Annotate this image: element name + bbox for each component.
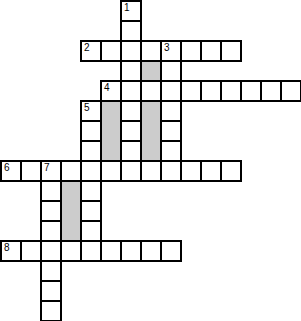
answer-cell-r1c6[interactable]: [120, 20, 142, 42]
answer-cell-r8c4[interactable]: [80, 160, 102, 182]
answer-cell-r6c8[interactable]: [160, 120, 182, 142]
answer-cell-r4c9[interactable]: [180, 80, 202, 102]
answer-cell-r8c11[interactable]: [220, 160, 242, 182]
answer-cell-r12c3[interactable]: [60, 240, 82, 262]
answer-cell-r5c8[interactable]: [160, 100, 182, 122]
answer-cell-r4c12[interactable]: [240, 80, 262, 102]
answer-cell-r10c2[interactable]: [40, 200, 62, 222]
answer-cell-r8c2[interactable]: [40, 160, 62, 182]
answer-cell-r6c4[interactable]: [80, 120, 102, 142]
answer-cell-r8c10[interactable]: [200, 160, 222, 182]
answer-cell-r2c11[interactable]: [220, 40, 242, 62]
answer-cell-r8c3[interactable]: [60, 160, 82, 182]
answer-cell-r12c4[interactable]: [80, 240, 102, 262]
answer-cell-r4c13[interactable]: [260, 80, 282, 102]
answer-cell-r8c6[interactable]: [120, 160, 142, 182]
answer-cell-r4c8[interactable]: [160, 80, 182, 102]
answer-cell-r2c10[interactable]: [200, 40, 222, 62]
answer-cell-r8c0[interactable]: [0, 160, 22, 182]
answer-cell-r4c7[interactable]: [140, 80, 162, 102]
answer-cell-r7c6[interactable]: [120, 140, 142, 162]
answer-cell-r10c4[interactable]: [80, 200, 102, 222]
answer-cell-r2c7[interactable]: [140, 40, 162, 62]
answer-cell-r9c2[interactable]: [40, 180, 62, 202]
crossword-board: 12345678: [0, 0, 301, 321]
answer-cell-r13c2[interactable]: [40, 260, 62, 282]
shaded-bar-c7r5: [140, 100, 162, 162]
answer-cell-r3c8[interactable]: [160, 60, 182, 82]
answer-cell-r2c4[interactable]: [80, 40, 102, 62]
answer-cell-r12c0[interactable]: [0, 240, 22, 262]
answer-cell-r4c10[interactable]: [200, 80, 222, 102]
shaded-bar-c3r9: [60, 180, 82, 242]
answer-cell-r9c4[interactable]: [80, 180, 102, 202]
answer-cell-r8c5[interactable]: [100, 160, 122, 182]
answer-cell-r12c8[interactable]: [160, 240, 182, 262]
answer-cell-r14c2[interactable]: [40, 280, 62, 302]
answer-cell-r7c8[interactable]: [160, 140, 182, 162]
shaded-bar-c5r5: [100, 100, 122, 162]
answer-cell-r6c6[interactable]: [120, 120, 142, 142]
answer-cell-r11c4[interactable]: [80, 220, 102, 242]
answer-cell-r12c5[interactable]: [100, 240, 122, 262]
answer-cell-r2c5[interactable]: [100, 40, 122, 62]
answer-cell-r12c2[interactable]: [40, 240, 62, 262]
shaded-bar-c7r3: [140, 60, 162, 82]
answer-cell-r3c6[interactable]: [120, 60, 142, 82]
answer-cell-r8c9[interactable]: [180, 160, 202, 182]
answer-cell-r4c6[interactable]: [120, 80, 142, 102]
answer-cell-r12c6[interactable]: [120, 240, 142, 262]
answer-cell-r12c1[interactable]: [20, 240, 42, 262]
answer-cell-r0c6[interactable]: [120, 0, 142, 22]
answer-cell-r8c8[interactable]: [160, 160, 182, 182]
answer-cell-r4c11[interactable]: [220, 80, 242, 102]
answer-cell-r4c5[interactable]: [100, 80, 122, 102]
answer-cell-r8c1[interactable]: [20, 160, 42, 182]
answer-cell-r4c14[interactable]: [280, 80, 301, 102]
answer-cell-r5c4[interactable]: [80, 100, 102, 122]
answer-cell-r7c4[interactable]: [80, 140, 102, 162]
answer-cell-r12c7[interactable]: [140, 240, 162, 262]
answer-cell-r5c6[interactable]: [120, 100, 142, 122]
answer-cell-r8c7[interactable]: [140, 160, 162, 182]
answer-cell-r2c6[interactable]: [120, 40, 142, 62]
answer-cell-r2c8[interactable]: [160, 40, 182, 62]
answer-cell-r15c2[interactable]: [40, 300, 62, 321]
answer-cell-r2c9[interactable]: [180, 40, 202, 62]
answer-cell-r11c2[interactable]: [40, 220, 62, 242]
